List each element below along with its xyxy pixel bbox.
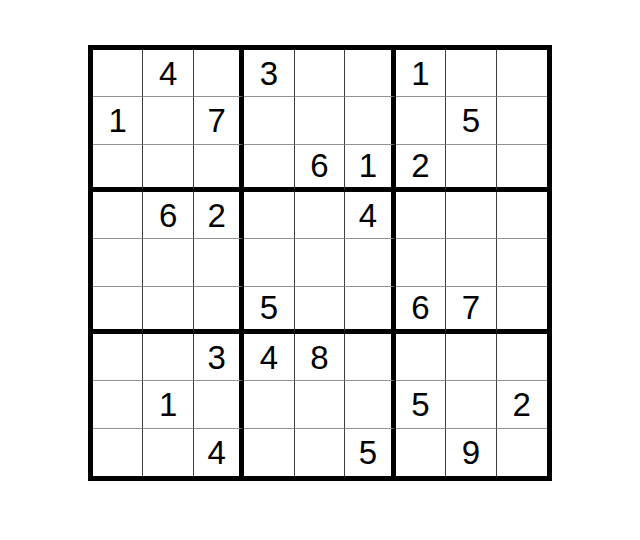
cell-r5c7[interactable] bbox=[396, 239, 446, 286]
cell-r2c8[interactable]: 5 bbox=[446, 97, 496, 144]
page: 431175612624567348152459 bbox=[0, 0, 640, 540]
cell-r3c2[interactable] bbox=[143, 145, 193, 192]
cell-r3c3[interactable] bbox=[194, 145, 244, 192]
cell-r6c1[interactable] bbox=[93, 287, 143, 334]
cell-r7c7[interactable] bbox=[396, 334, 446, 381]
cell-r4c7[interactable] bbox=[396, 192, 446, 239]
cell-r4c1[interactable] bbox=[93, 192, 143, 239]
cell-r3c6[interactable]: 1 bbox=[345, 145, 395, 192]
cell-r6c8[interactable]: 7 bbox=[446, 287, 496, 334]
cell-r1c7[interactable]: 1 bbox=[396, 50, 446, 97]
cell-r1c4[interactable]: 3 bbox=[244, 50, 294, 97]
cell-r9c8[interactable]: 9 bbox=[446, 429, 496, 476]
cell-r6c7[interactable]: 6 bbox=[396, 287, 446, 334]
cell-r5c8[interactable] bbox=[446, 239, 496, 286]
cell-r6c3[interactable] bbox=[194, 287, 244, 334]
cell-r1c8[interactable] bbox=[446, 50, 496, 97]
cell-r7c8[interactable] bbox=[446, 334, 496, 381]
cell-r6c4[interactable]: 5 bbox=[244, 287, 294, 334]
cell-r8c8[interactable] bbox=[446, 381, 496, 428]
cell-r6c6[interactable] bbox=[345, 287, 395, 334]
cell-r7c5[interactable]: 8 bbox=[295, 334, 345, 381]
cell-r9c5[interactable] bbox=[295, 429, 345, 476]
cell-r1c3[interactable] bbox=[194, 50, 244, 97]
cell-r2c2[interactable] bbox=[143, 97, 193, 144]
cell-r8c3[interactable] bbox=[194, 381, 244, 428]
cell-r8c9[interactable]: 2 bbox=[497, 381, 547, 428]
cell-r9c3[interactable]: 4 bbox=[194, 429, 244, 476]
cell-r9c6[interactable]: 5 bbox=[345, 429, 395, 476]
cell-r5c2[interactable] bbox=[143, 239, 193, 286]
cell-r7c1[interactable] bbox=[93, 334, 143, 381]
cell-r3c4[interactable] bbox=[244, 145, 294, 192]
cell-r8c7[interactable]: 5 bbox=[396, 381, 446, 428]
cell-r8c1[interactable] bbox=[93, 381, 143, 428]
cell-r3c5[interactable]: 6 bbox=[295, 145, 345, 192]
cell-r3c7[interactable]: 2 bbox=[396, 145, 446, 192]
cell-r1c9[interactable] bbox=[497, 50, 547, 97]
cell-r7c9[interactable] bbox=[497, 334, 547, 381]
cell-r6c2[interactable] bbox=[143, 287, 193, 334]
sudoku-board: 431175612624567348152459 bbox=[88, 45, 552, 481]
cell-r8c5[interactable] bbox=[295, 381, 345, 428]
cell-r9c7[interactable] bbox=[396, 429, 446, 476]
cell-r2c5[interactable] bbox=[295, 97, 345, 144]
cell-r4c9[interactable] bbox=[497, 192, 547, 239]
cell-r5c9[interactable] bbox=[497, 239, 547, 286]
cell-r4c6[interactable]: 4 bbox=[345, 192, 395, 239]
cell-r8c4[interactable] bbox=[244, 381, 294, 428]
cell-r8c2[interactable]: 1 bbox=[143, 381, 193, 428]
cell-r7c3[interactable]: 3 bbox=[194, 334, 244, 381]
cell-r5c5[interactable] bbox=[295, 239, 345, 286]
cell-r5c4[interactable] bbox=[244, 239, 294, 286]
cell-r3c9[interactable] bbox=[497, 145, 547, 192]
cell-r8c6[interactable] bbox=[345, 381, 395, 428]
cell-r2c4[interactable] bbox=[244, 97, 294, 144]
cell-r6c9[interactable] bbox=[497, 287, 547, 334]
cell-r4c3[interactable]: 2 bbox=[194, 192, 244, 239]
cell-r6c5[interactable] bbox=[295, 287, 345, 334]
cell-r9c4[interactable] bbox=[244, 429, 294, 476]
cell-r1c2[interactable]: 4 bbox=[143, 50, 193, 97]
cell-r4c5[interactable] bbox=[295, 192, 345, 239]
cell-r3c1[interactable] bbox=[93, 145, 143, 192]
cell-r9c9[interactable] bbox=[497, 429, 547, 476]
cell-r2c7[interactable] bbox=[396, 97, 446, 144]
cell-r4c8[interactable] bbox=[446, 192, 496, 239]
cell-r4c2[interactable]: 6 bbox=[143, 192, 193, 239]
cell-r1c5[interactable] bbox=[295, 50, 345, 97]
cell-r3c8[interactable] bbox=[446, 145, 496, 192]
cell-r9c2[interactable] bbox=[143, 429, 193, 476]
cell-r2c3[interactable]: 7 bbox=[194, 97, 244, 144]
cell-r2c1[interactable]: 1 bbox=[93, 97, 143, 144]
cell-r9c1[interactable] bbox=[93, 429, 143, 476]
cell-r7c6[interactable] bbox=[345, 334, 395, 381]
cell-r2c9[interactable] bbox=[497, 97, 547, 144]
cell-r5c3[interactable] bbox=[194, 239, 244, 286]
cell-r5c1[interactable] bbox=[93, 239, 143, 286]
cell-r7c2[interactable] bbox=[143, 334, 193, 381]
cell-r1c1[interactable] bbox=[93, 50, 143, 97]
cell-r2c6[interactable] bbox=[345, 97, 395, 144]
cell-r1c6[interactable] bbox=[345, 50, 395, 97]
cell-r5c6[interactable] bbox=[345, 239, 395, 286]
cell-r7c4[interactable]: 4 bbox=[244, 334, 294, 381]
cell-r4c4[interactable] bbox=[244, 192, 294, 239]
